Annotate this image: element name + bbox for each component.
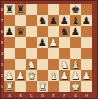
square-h8[interactable] <box>81 4 92 15</box>
square-c8[interactable] <box>26 4 37 15</box>
file-label-b: B <box>15 92 26 99</box>
square-h6[interactable] <box>81 26 92 37</box>
square-a1[interactable]: ♜ <box>4 81 15 92</box>
square-d8[interactable] <box>37 4 48 15</box>
piece-black-pawn[interactable]: ♟ <box>71 26 80 37</box>
piece-white-bishop[interactable]: ♝ <box>71 59 80 70</box>
square-h1[interactable] <box>81 81 92 92</box>
square-e3[interactable] <box>48 59 59 70</box>
square-b5[interactable] <box>15 37 26 48</box>
square-f5[interactable] <box>59 37 70 48</box>
square-b3[interactable] <box>15 59 26 70</box>
square-b1[interactable] <box>15 81 26 92</box>
piece-white-pawn[interactable]: ♟ <box>49 37 58 48</box>
square-b2[interactable]: ♟ <box>15 70 26 81</box>
square-g2[interactable]: ♟ <box>70 70 81 81</box>
piece-white-bishop[interactable]: ♝ <box>49 70 58 81</box>
square-c5[interactable] <box>26 37 37 48</box>
square-b4[interactable] <box>15 48 26 59</box>
piece-black-king[interactable]: ♚ <box>71 4 80 15</box>
square-a6[interactable]: ♟ <box>4 26 15 37</box>
square-d3[interactable] <box>37 59 48 70</box>
piece-black-pawn[interactable]: ♟ <box>5 26 14 37</box>
square-e1[interactable] <box>48 81 59 92</box>
piece-black-bishop[interactable]: ♝ <box>71 15 80 26</box>
file-label-d: D <box>37 92 48 99</box>
square-c1[interactable] <box>26 81 37 92</box>
piece-white-pawn[interactable]: ♟ <box>5 70 14 81</box>
square-g7[interactable]: ♝ <box>70 15 81 26</box>
square-c3[interactable]: ♞ <box>26 59 37 70</box>
square-e6[interactable] <box>48 26 59 37</box>
square-b7[interactable] <box>15 15 26 26</box>
square-a7[interactable] <box>4 15 15 26</box>
square-f6[interactable]: ♞ <box>59 26 70 37</box>
square-a5[interactable] <box>4 37 15 48</box>
piece-black-knight[interactable]: ♞ <box>38 15 47 26</box>
chess-board-frame: 87654321 ♜♜♚♞♟♟♝♟♟♛♞♟♟♟♞♞♝♟♟♛♝♟♟♟♜♜♚ ABC… <box>0 0 98 99</box>
file-label-f: F <box>59 92 70 99</box>
square-f3[interactable]: ♞ <box>59 59 70 70</box>
piece-white-rook[interactable]: ♜ <box>5 81 14 92</box>
piece-black-pawn[interactable]: ♟ <box>82 15 91 26</box>
square-e8[interactable] <box>48 4 59 15</box>
file-labels: ABCDEFGH <box>4 92 92 99</box>
square-c4[interactable] <box>26 48 37 59</box>
square-g3[interactable]: ♝ <box>70 59 81 70</box>
square-b6[interactable]: ♛ <box>15 26 26 37</box>
file-label-c: C <box>26 92 37 99</box>
piece-white-pawn[interactable]: ♟ <box>82 70 91 81</box>
piece-white-knight[interactable]: ♞ <box>60 59 69 70</box>
square-g4[interactable] <box>70 48 81 59</box>
file-label-e: E <box>48 92 59 99</box>
square-f7[interactable]: ♟ <box>59 15 70 26</box>
piece-black-knight[interactable]: ♞ <box>60 26 69 37</box>
square-a8[interactable]: ♜ <box>4 4 15 15</box>
square-h4[interactable] <box>81 48 92 59</box>
square-d7[interactable]: ♞ <box>37 15 48 26</box>
piece-black-rook[interactable]: ♜ <box>5 4 14 15</box>
chess-board: ♜♜♚♞♟♟♝♟♟♛♞♟♟♟♞♞♝♟♟♛♝♟♟♟♜♜♚ <box>4 4 92 92</box>
piece-white-pawn[interactable]: ♟ <box>71 70 80 81</box>
square-h7[interactable]: ♟ <box>81 15 92 26</box>
square-c6[interactable] <box>26 26 37 37</box>
square-e7[interactable]: ♟ <box>48 15 59 26</box>
piece-white-knight[interactable]: ♞ <box>27 59 36 70</box>
piece-black-pawn[interactable]: ♟ <box>49 15 58 26</box>
square-a4[interactable] <box>4 48 15 59</box>
square-e5[interactable]: ♟ <box>48 37 59 48</box>
piece-black-rook[interactable]: ♜ <box>16 4 25 15</box>
piece-black-pawn[interactable]: ♟ <box>38 37 47 48</box>
square-g6[interactable]: ♟ <box>70 26 81 37</box>
square-h3[interactable] <box>81 59 92 70</box>
piece-white-rook[interactable]: ♜ <box>38 81 47 92</box>
square-a2[interactable]: ♟ <box>4 70 15 81</box>
piece-black-queen[interactable]: ♛ <box>16 26 25 37</box>
piece-black-pawn[interactable]: ♟ <box>60 15 69 26</box>
square-b8[interactable]: ♜ <box>15 4 26 15</box>
square-g1[interactable]: ♚ <box>70 81 81 92</box>
square-f8[interactable] <box>59 4 70 15</box>
square-e4[interactable] <box>48 48 59 59</box>
piece-white-king[interactable]: ♚ <box>71 81 80 92</box>
square-d4[interactable] <box>37 48 48 59</box>
square-h5[interactable] <box>81 37 92 48</box>
square-d2[interactable] <box>37 70 48 81</box>
square-c2[interactable]: ♛ <box>26 70 37 81</box>
file-label-g: G <box>70 92 81 99</box>
piece-white-pawn[interactable]: ♟ <box>60 70 69 81</box>
square-f2[interactable]: ♟ <box>59 70 70 81</box>
square-d6[interactable] <box>37 26 48 37</box>
square-c7[interactable] <box>26 15 37 26</box>
square-g8[interactable]: ♚ <box>70 4 81 15</box>
piece-white-queen[interactable]: ♛ <box>27 70 36 81</box>
square-e2[interactable]: ♝ <box>48 70 59 81</box>
square-d5[interactable]: ♟ <box>37 37 48 48</box>
square-g5[interactable] <box>70 37 81 48</box>
file-label-h: H <box>81 92 92 99</box>
square-h2[interactable]: ♟ <box>81 70 92 81</box>
square-f4[interactable] <box>59 48 70 59</box>
square-a3[interactable] <box>4 59 15 70</box>
square-d1[interactable]: ♜ <box>37 81 48 92</box>
square-f1[interactable] <box>59 81 70 92</box>
piece-white-pawn[interactable]: ♟ <box>16 70 25 81</box>
file-label-a: A <box>4 92 15 99</box>
